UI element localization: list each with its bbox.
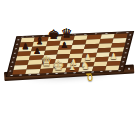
chess-board: ♚♛♝♟♟♟♟♟♛♟♚♝♞ bbox=[12, 33, 127, 74]
rim-stud-icon bbox=[82, 72, 85, 73]
rim-stud-icon bbox=[121, 66, 124, 67]
chess-board-frame: ♚♛♝♟♟♟♟♟♛♟♚♝♞ bbox=[7, 32, 133, 77]
rim-stud-icon bbox=[9, 71, 12, 72]
product-photo-chess-set[interactable]: ♚♛♝♟♟♟♟♟♛♟♚♝♞ bbox=[0, 0, 140, 140]
rim-stud-icon bbox=[10, 66, 13, 67]
rim-stud-icon bbox=[91, 71, 94, 72]
rim-stud-icon bbox=[129, 34, 132, 35]
rim-stud-icon bbox=[10, 75, 13, 76]
rim-stud-icon bbox=[46, 73, 49, 74]
rim-stud-icon bbox=[100, 71, 103, 72]
rim-stud-icon bbox=[19, 74, 22, 75]
rim-stud-icon bbox=[16, 44, 19, 45]
rim-stud-icon bbox=[118, 70, 121, 71]
rim-stud-icon bbox=[55, 73, 58, 74]
rim-stud-icon bbox=[64, 73, 67, 74]
chess-piece-black-k-c8: ♚ bbox=[48, 28, 60, 41]
rim-stud-icon bbox=[128, 39, 131, 40]
rim-stud-icon bbox=[28, 74, 31, 75]
edge-stud-icon bbox=[128, 67, 130, 69]
rim-stud-icon bbox=[123, 57, 126, 58]
rim-stud-icon bbox=[124, 52, 127, 53]
rim-stud-icon bbox=[125, 48, 128, 49]
clasp-ring-icon bbox=[87, 73, 92, 80]
rim-stud-icon bbox=[37, 74, 40, 75]
rim-stud-icon bbox=[13, 53, 16, 54]
rim-stud-icon bbox=[73, 72, 76, 73]
rim-stud-icon bbox=[126, 43, 129, 44]
rim-stud-icon bbox=[12, 57, 15, 58]
chess-piece-black-q-d8: ♛ bbox=[61, 27, 73, 40]
rim-stud-icon bbox=[122, 61, 125, 62]
rim-stud-icon bbox=[109, 71, 112, 72]
rim-stud-icon bbox=[17, 39, 20, 40]
rim-stud-icon bbox=[15, 48, 18, 49]
rim-stud-icon bbox=[11, 62, 14, 63]
